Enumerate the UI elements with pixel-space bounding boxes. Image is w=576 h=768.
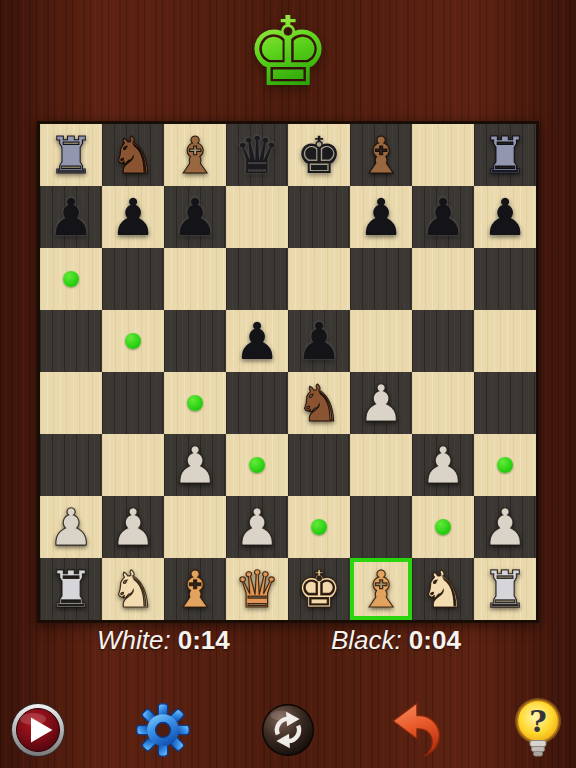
square-f7[interactable]: ♟ [350,186,412,248]
white-pawn: ♟ [164,434,226,496]
square-g3[interactable]: ♟ [412,434,474,496]
lightbulb-question-icon: ? [514,697,562,763]
square-h7[interactable]: ♟ [474,186,536,248]
square-e8[interactable]: ♚ [288,124,350,186]
settings-button[interactable] [135,697,191,763]
black-bishop: ♝ [164,124,226,186]
gear-icon [135,700,191,760]
undo-button[interactable] [385,697,441,763]
legal-move-dot[interactable] [63,271,79,287]
white-queen: ♛ [226,558,288,620]
hint-button[interactable]: ? [510,697,566,763]
square-a3[interactable] [40,434,102,496]
square-c6[interactable] [164,248,226,310]
play-icon [10,702,66,758]
square-h8[interactable]: ♜ [474,124,536,186]
white-king: ♚ [288,558,350,620]
square-h4[interactable] [474,372,536,434]
undo-arrow-icon [386,699,440,761]
square-c8[interactable]: ♝ [164,124,226,186]
white-clock: White:0:14 [97,625,230,656]
chess-board: ♜♞♝♛♚♝♜♟♟♟♟♟♟♟♟♞♟♟♟♟♟♟♟♜♞♝♛♚♝♞♜ [37,121,539,623]
square-b4[interactable] [102,372,164,434]
black-queen: ♛ [226,124,288,186]
white-pawn: ♟ [40,496,102,558]
square-e1[interactable]: ♚ [288,558,350,620]
white-clock-label: White: [97,625,171,655]
square-a8[interactable]: ♜ [40,124,102,186]
legal-move-dot[interactable] [497,457,513,473]
white-bishop: ♝ [164,558,226,620]
square-h6[interactable] [474,248,536,310]
square-a5[interactable] [40,310,102,372]
square-e2[interactable] [288,496,350,558]
square-b5[interactable] [102,310,164,372]
white-rook: ♜ [40,558,102,620]
square-b3[interactable] [102,434,164,496]
square-f8[interactable]: ♝ [350,124,412,186]
black-pawn: ♟ [40,186,102,248]
square-f3[interactable] [350,434,412,496]
square-f5[interactable] [350,310,412,372]
white-clock-time: 0:14 [178,625,230,655]
square-b6[interactable] [102,248,164,310]
square-d6[interactable] [226,248,288,310]
square-h1[interactable]: ♜ [474,558,536,620]
square-h3[interactable] [474,434,536,496]
square-f1[interactable]: ♝ [350,558,412,620]
square-c2[interactable] [164,496,226,558]
clock-bar: White:0:14 Black:0:04 [0,625,576,659]
black-pawn: ♟ [474,186,536,248]
square-a6[interactable] [40,248,102,310]
square-c7[interactable]: ♟ [164,186,226,248]
black-rook: ♜ [474,124,536,186]
black-pawn: ♟ [288,310,350,372]
black-bishop: ♝ [350,124,412,186]
legal-move-dot[interactable] [311,519,327,535]
square-e6[interactable] [288,248,350,310]
legal-move-dot[interactable] [187,395,203,411]
black-rook: ♜ [40,124,102,186]
white-pawn: ♟ [474,496,536,558]
square-g8[interactable] [412,124,474,186]
svg-text:?: ? [529,704,547,739]
square-a2[interactable]: ♟ [40,496,102,558]
square-d7[interactable] [226,186,288,248]
square-a7[interactable]: ♟ [40,186,102,248]
legal-move-dot[interactable] [435,519,451,535]
legal-move-dot[interactable] [125,333,141,349]
square-f4[interactable]: ♟ [350,372,412,434]
white-rook: ♜ [474,558,536,620]
black-clock: Black:0:04 [331,625,461,656]
legal-move-dot[interactable] [249,457,265,473]
flip-board-button[interactable] [260,697,316,763]
black-clock-time: 0:04 [409,625,461,655]
square-g2[interactable] [412,496,474,558]
black-clock-label: Black: [331,625,402,655]
square-e7[interactable] [288,186,350,248]
turn-indicator: ♚ [0,0,576,112]
black-pawn: ♟ [350,186,412,248]
square-e4[interactable]: ♞ [288,372,350,434]
square-d1[interactable]: ♛ [226,558,288,620]
square-c1[interactable]: ♝ [164,558,226,620]
white-pawn: ♟ [350,372,412,434]
square-c3[interactable]: ♟ [164,434,226,496]
square-g4[interactable] [412,372,474,434]
square-h5[interactable] [474,310,536,372]
square-g6[interactable] [412,248,474,310]
app-screen: ♚ ♜♞♝♛♚♝♜♟♟♟♟♟♟♟♟♞♟♟♟♟♟♟♟♜♞♝♛♚♝♞♜ White:… [0,0,576,768]
black-knight: ♞ [102,124,164,186]
square-g7[interactable]: ♟ [412,186,474,248]
green-king-icon: ♚ [245,2,331,102]
black-pawn: ♟ [412,186,474,248]
square-d8[interactable]: ♛ [226,124,288,186]
square-d2[interactable]: ♟ [226,496,288,558]
square-b8[interactable]: ♞ [102,124,164,186]
square-c5[interactable] [164,310,226,372]
black-pawn: ♟ [164,186,226,248]
white-pawn: ♟ [226,496,288,558]
white-knight: ♞ [412,558,474,620]
square-a1[interactable]: ♜ [40,558,102,620]
black-king: ♚ [288,124,350,186]
square-b2[interactable]: ♟ [102,496,164,558]
square-d4[interactable] [226,372,288,434]
square-d3[interactable] [226,434,288,496]
square-e3[interactable] [288,434,350,496]
square-c4[interactable] [164,372,226,434]
rotate-arrows-icon [260,701,316,759]
white-bishop: ♝ [350,558,412,620]
black-pawn: ♟ [226,310,288,372]
square-b7[interactable]: ♟ [102,186,164,248]
play-button[interactable] [10,697,66,763]
square-e5[interactable]: ♟ [288,310,350,372]
white-knight: ♞ [102,558,164,620]
square-d5[interactable]: ♟ [226,310,288,372]
white-pawn: ♟ [412,434,474,496]
square-f6[interactable] [350,248,412,310]
toolbar: ? [0,692,576,768]
square-b1[interactable]: ♞ [102,558,164,620]
square-h2[interactable]: ♟ [474,496,536,558]
square-a4[interactable] [40,372,102,434]
black-knight: ♞ [288,372,350,434]
square-g1[interactable]: ♞ [412,558,474,620]
square-g5[interactable] [412,310,474,372]
white-pawn: ♟ [102,496,164,558]
black-pawn: ♟ [102,186,164,248]
square-f2[interactable] [350,496,412,558]
